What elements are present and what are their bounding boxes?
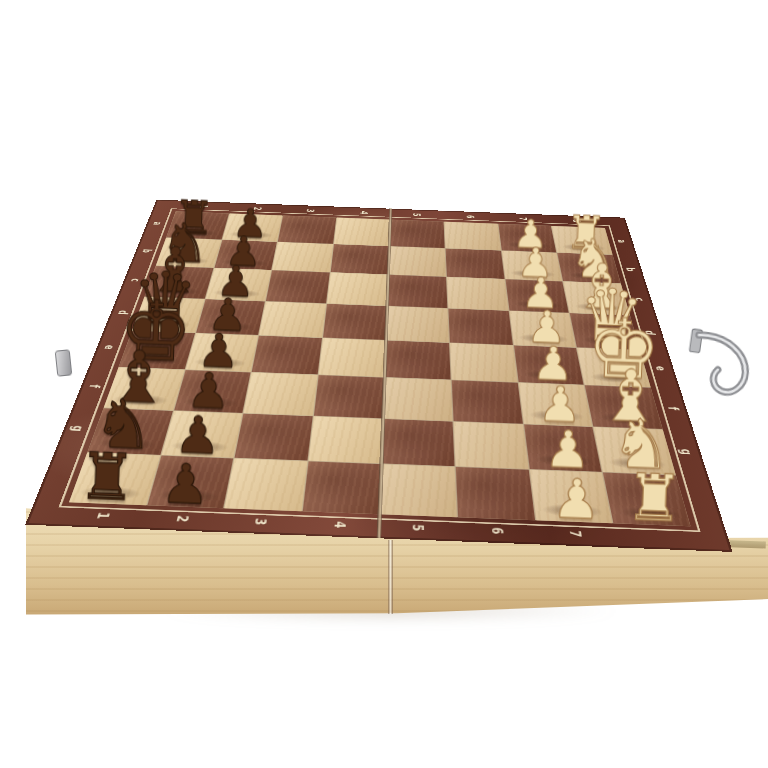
perspective-wrapper: ♜♟♟♜♞♟♟♞♝♟♟♝♛♟♟♛♚♟♟♚♝♟♟♝♞♟♟♞♜♟♟♜ 1234567… (0, 0, 768, 768)
square-g2: ♟ (161, 411, 242, 458)
square-h8: ♜ (603, 473, 690, 526)
square-f6 (452, 380, 523, 423)
square-g5 (382, 419, 455, 467)
square-a3 (278, 216, 336, 244)
square-a5 (390, 220, 445, 248)
square-a6 (444, 222, 500, 250)
square-h4 (303, 462, 381, 515)
square-b3 (272, 242, 333, 272)
square-d5 (387, 306, 450, 342)
square-c5 (388, 275, 448, 308)
square-g6 (454, 422, 529, 470)
square-e5 (385, 340, 451, 379)
square-a4 (334, 218, 390, 246)
square-c4 (327, 273, 388, 306)
square-d3 (259, 302, 326, 338)
square-e6 (450, 343, 517, 382)
metal-clasp-icon (679, 323, 762, 414)
piece-white-pawn: ♟ (537, 471, 616, 528)
square-h3 (225, 459, 307, 511)
square-g3 (235, 413, 313, 460)
piece-black-rook: ♜ (67, 443, 146, 510)
square-e3 (252, 335, 322, 374)
hinge-tab-icon (55, 349, 73, 376)
product-photo-scene: ♜♟♟♜♞♟♟♞♝♟♟♝♛♟♟♛♚♟♟♚♝♟♟♝♞♟♟♞♜♟♟♜ 1234567… (0, 0, 768, 768)
piece-white-rook: ♜ (615, 464, 694, 531)
square-c3 (266, 270, 329, 303)
square-b6 (446, 248, 505, 279)
square-h7: ♟ (530, 470, 613, 523)
square-f4 (314, 375, 384, 418)
chess-board: ♜♟♟♜♞♟♟♞♝♟♟♝♛♟♟♛♚♟♟♚♝♟♟♝♞♟♟♞♜♟♟♜ 1234567… (25, 200, 732, 552)
square-g4 (308, 416, 382, 463)
square-d4 (323, 304, 387, 340)
square-g7: ♟ (524, 424, 602, 472)
square-c6 (447, 277, 508, 310)
piece-black-pawn: ♟ (145, 456, 224, 513)
square-f3 (244, 373, 318, 416)
square-b4 (331, 244, 389, 274)
square-h6 (456, 467, 535, 520)
square-h2: ♟ (147, 456, 234, 508)
square-h5 (380, 464, 457, 517)
square-d6 (448, 309, 512, 345)
square-e4 (319, 338, 386, 377)
square-f5 (384, 378, 453, 421)
square-b5 (389, 246, 446, 276)
